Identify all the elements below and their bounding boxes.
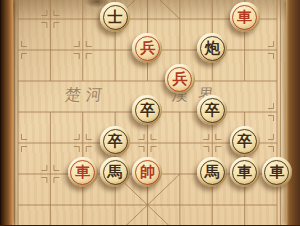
board-point-f5r10[interactable]: [131, 221, 163, 226]
board-point-f4r10[interactable]: [99, 221, 131, 226]
board-point-f5r7[interactable]: [131, 128, 163, 159]
board-point-f5r4[interactable]: 兵: [131, 35, 163, 66]
board-point-f6r8[interactable]: [164, 159, 196, 190]
board-point-f9r9[interactable]: [261, 190, 293, 221]
piece-black-soldier[interactable]: 卒: [132, 95, 162, 125]
piece-glyph: 車: [269, 157, 284, 187]
board-point-f2r8[interactable]: [34, 159, 66, 190]
board-point-f2r7[interactable]: [34, 128, 66, 159]
piece-black-soldier[interactable]: 卒: [197, 95, 227, 125]
board-point-f5r8[interactable]: 帥: [131, 159, 163, 190]
board-point-f2r5[interactable]: [34, 66, 66, 97]
piece-black-horse[interactable]: 馬: [197, 157, 227, 187]
board-point-f2r10[interactable]: [34, 221, 66, 226]
board-point-f3r5[interactable]: [67, 66, 99, 97]
board-point-f9r7[interactable]: [261, 128, 293, 159]
board-point-f4r6[interactable]: [99, 97, 131, 128]
board-point-f7r9[interactable]: [196, 190, 228, 221]
piece-black-chariot[interactable]: 車: [230, 157, 260, 187]
board-point-f9r6[interactable]: [261, 97, 293, 128]
piece-black-horse[interactable]: 馬: [100, 157, 130, 187]
board-point-f9r5[interactable]: [261, 66, 293, 97]
board-point-f8r8[interactable]: 車: [228, 159, 260, 190]
piece-glyph: 卒: [108, 126, 123, 156]
board-point-f6r7[interactable]: [164, 128, 196, 159]
board-point-f4r7[interactable]: 卒: [99, 128, 131, 159]
board-point-f3r7[interactable]: [67, 128, 99, 159]
board-point-f2r3[interactable]: [34, 4, 66, 35]
piece-black-cannon[interactable]: 炮: [197, 33, 227, 63]
piece-glyph: 馬: [205, 157, 220, 187]
board-point-f1r4[interactable]: [2, 35, 34, 66]
board-point-f9r8[interactable]: 車: [261, 159, 293, 190]
piece-glyph: 士: [108, 2, 123, 32]
piece-black-soldier[interactable]: 卒: [230, 126, 260, 156]
board-point-f7r3[interactable]: [196, 4, 228, 35]
board-point-f4r4[interactable]: [99, 35, 131, 66]
board-point-f4r9[interactable]: [99, 190, 131, 221]
xiangqi-board-screen: 楚河 漢界 士車兵炮兵卒卒卒卒車馬帥馬車車: [0, 0, 300, 225]
piece-glyph: 車: [237, 2, 252, 32]
board-point-f8r7[interactable]: 卒: [228, 128, 260, 159]
board-point-f5r6[interactable]: 卒: [131, 97, 163, 128]
board-point-f9r10[interactable]: [261, 221, 293, 226]
board-point-f9r3[interactable]: [261, 4, 293, 35]
board-point-f8r10[interactable]: [228, 221, 260, 226]
board-point-f2r4[interactable]: [34, 35, 66, 66]
board-point-f3r8[interactable]: 車: [67, 159, 99, 190]
piece-glyph: 炮: [205, 33, 220, 63]
board-point-f1r5[interactable]: [2, 66, 34, 97]
board-point-f6r4[interactable]: [164, 35, 196, 66]
piece-red-chariot[interactable]: 車: [68, 157, 98, 187]
board-point-f3r3[interactable]: [67, 4, 99, 35]
board-point-f3r4[interactable]: [67, 35, 99, 66]
board-point-f7r4[interactable]: 炮: [196, 35, 228, 66]
board-point-f7r6[interactable]: 卒: [196, 97, 228, 128]
piece-red-chariot[interactable]: 車: [230, 2, 260, 32]
piece-glyph: 馬: [108, 157, 123, 187]
piece-glyph: 兵: [140, 33, 155, 63]
board-point-f3r6[interactable]: [67, 97, 99, 128]
board-point-f1r9[interactable]: [2, 190, 34, 221]
piece-glyph: 兵: [172, 64, 187, 94]
board-point-f3r9[interactable]: [67, 190, 99, 221]
piece-glyph: 車: [237, 157, 252, 187]
piece-glyph: 卒: [205, 95, 220, 125]
piece-black-soldier[interactable]: 卒: [100, 126, 130, 156]
board-point-f5r3[interactable]: [131, 4, 163, 35]
board-point-f3r10[interactable]: [67, 221, 99, 226]
board-point-f8r5[interactable]: [228, 66, 260, 97]
board-point-f8r3[interactable]: 車: [228, 4, 260, 35]
piece-glyph: 卒: [237, 126, 252, 156]
piece-glyph: 車: [75, 157, 90, 187]
board-point-f7r8[interactable]: 馬: [196, 159, 228, 190]
board-point-f7r5[interactable]: [196, 66, 228, 97]
board-point-f6r6[interactable]: [164, 97, 196, 128]
piece-glyph: 帥: [140, 157, 155, 187]
board-point-f6r3[interactable]: [164, 4, 196, 35]
piece-glyph: 卒: [140, 95, 155, 125]
board-point-f6r5[interactable]: 兵: [164, 66, 196, 97]
board-point-f8r9[interactable]: [228, 190, 260, 221]
board-point-f5r9[interactable]: [131, 190, 163, 221]
board-point-f6r10[interactable]: [164, 221, 196, 226]
board-point-f4r8[interactable]: 馬: [99, 159, 131, 190]
board-point-f2r9[interactable]: [34, 190, 66, 221]
piece-black-advisor[interactable]: 士: [100, 2, 130, 32]
board-point-f1r10[interactable]: [2, 221, 34, 226]
board-point-f1r3[interactable]: [2, 4, 34, 35]
piece-black-chariot[interactable]: 車: [262, 157, 292, 187]
board-point-f1r8[interactable]: [2, 159, 34, 190]
board-point-f4r5[interactable]: [99, 66, 131, 97]
board-point-f5r5[interactable]: [131, 66, 163, 97]
board-grid: 士車兵炮兵卒卒卒卒車馬帥馬車車: [2, 0, 293, 225]
piece-red-soldier[interactable]: 兵: [132, 33, 162, 63]
board-point-f7r10[interactable]: [196, 221, 228, 226]
board-point-f1r7[interactable]: [2, 128, 34, 159]
board-point-f9r4[interactable]: [261, 35, 293, 66]
board-point-f8r6[interactable]: [228, 97, 260, 128]
board-point-f2r6[interactable]: [34, 97, 66, 128]
piece-red-soldier[interactable]: 兵: [165, 64, 195, 94]
board-point-f7r7[interactable]: [196, 128, 228, 159]
board-point-f4r3[interactable]: 士: [99, 4, 131, 35]
board-point-f6r9[interactable]: [164, 190, 196, 221]
piece-red-general[interactable]: 帥: [132, 157, 162, 187]
board-point-f8r4[interactable]: [228, 35, 260, 66]
board-point-f1r6[interactable]: [2, 97, 34, 128]
